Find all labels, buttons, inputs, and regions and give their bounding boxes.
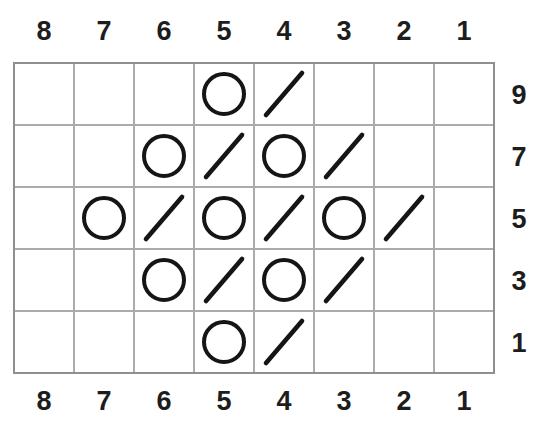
yarn-over-circle-symbol: [82, 196, 126, 240]
chart-cell: [315, 126, 373, 186]
column-label: 6: [134, 388, 194, 415]
yarn-over-circle-symbol: [262, 258, 306, 302]
board-and-row-labels: 97531: [13, 62, 531, 374]
chart-cell: [135, 188, 193, 248]
chart-cell: [435, 188, 493, 248]
chart-cell: [195, 250, 253, 310]
row-label: 3: [507, 268, 531, 295]
row-labels-right: 97531: [507, 64, 531, 374]
chart-cell: [435, 250, 493, 310]
chart-cell: [75, 188, 133, 248]
yarn-over-circle-symbol: [142, 258, 186, 302]
decrease-slash-symbol: [195, 126, 253, 186]
chart-cell: [135, 126, 193, 186]
chart-cell: [15, 312, 73, 372]
chart-cell: [195, 64, 253, 124]
yarn-over-circle-symbol: [262, 134, 306, 178]
row-label: 7: [507, 144, 531, 171]
chart-cell: [195, 126, 253, 186]
row-label: 9: [507, 82, 531, 109]
chart-cell: [375, 312, 433, 372]
chart-cell: [15, 64, 73, 124]
row-label: 5: [507, 206, 531, 233]
chart-cell: [135, 312, 193, 372]
chart-cell: [315, 64, 373, 124]
chart-cell: [75, 64, 133, 124]
column-labels-bottom: 87654321: [14, 381, 494, 421]
row-label: 1: [507, 330, 531, 357]
yarn-over-circle-symbol: [202, 320, 246, 364]
chart-cell: [375, 188, 433, 248]
chart-cell: [435, 312, 493, 372]
chart-grid: [13, 62, 495, 374]
chart-cell: [315, 188, 373, 248]
knitting-chart-page: 87654321 97531 87654321: [0, 0, 552, 429]
chart-cell: [195, 312, 253, 372]
decrease-slash-symbol: [255, 64, 313, 124]
chart-cell: [315, 250, 373, 310]
column-label: 5: [194, 18, 254, 45]
decrease-slash-symbol: [195, 250, 253, 310]
yarn-over-circle-symbol: [322, 196, 366, 240]
column-label: 7: [74, 388, 134, 415]
chart-cell: [15, 250, 73, 310]
column-label: 4: [254, 18, 314, 45]
chart-cell: [315, 312, 373, 372]
chart-cell: [255, 188, 313, 248]
column-label: 6: [134, 18, 194, 45]
decrease-slash-symbol: [255, 188, 313, 248]
chart-cell: [75, 250, 133, 310]
decrease-slash-symbol: [255, 312, 313, 372]
chart-cell: [375, 64, 433, 124]
chart-cell: [15, 126, 73, 186]
column-label: 4: [254, 388, 314, 415]
decrease-slash-symbol: [375, 188, 433, 248]
column-label: 3: [314, 388, 374, 415]
chart-cell: [195, 188, 253, 248]
column-label: 8: [14, 18, 74, 45]
chart-cell: [255, 250, 313, 310]
chart-cell: [435, 64, 493, 124]
decrease-slash-symbol: [315, 250, 373, 310]
decrease-slash-symbol: [315, 126, 373, 186]
column-label: 8: [14, 388, 74, 415]
chart-cell: [375, 126, 433, 186]
column-label: 3: [314, 18, 374, 45]
chart-cell: [435, 126, 493, 186]
column-label: 5: [194, 388, 254, 415]
chart-cell: [255, 312, 313, 372]
chart-cell: [255, 126, 313, 186]
chart-cell: [75, 126, 133, 186]
chart-cell: [255, 64, 313, 124]
knitting-chart: 87654321 97531 87654321: [13, 0, 531, 421]
column-label: 1: [434, 388, 494, 415]
chart-cell: [75, 312, 133, 372]
column-label: 1: [434, 18, 494, 45]
yarn-over-circle-symbol: [142, 134, 186, 178]
column-label: 7: [74, 18, 134, 45]
yarn-over-circle-symbol: [202, 196, 246, 240]
chart-cell: [375, 250, 433, 310]
column-labels-top: 87654321: [14, 0, 494, 62]
yarn-over-circle-symbol: [202, 72, 246, 116]
chart-cell: [15, 188, 73, 248]
decrease-slash-symbol: [135, 188, 193, 248]
chart-cell: [135, 250, 193, 310]
column-label: 2: [374, 18, 434, 45]
chart-cell: [135, 64, 193, 124]
column-label: 2: [374, 388, 434, 415]
